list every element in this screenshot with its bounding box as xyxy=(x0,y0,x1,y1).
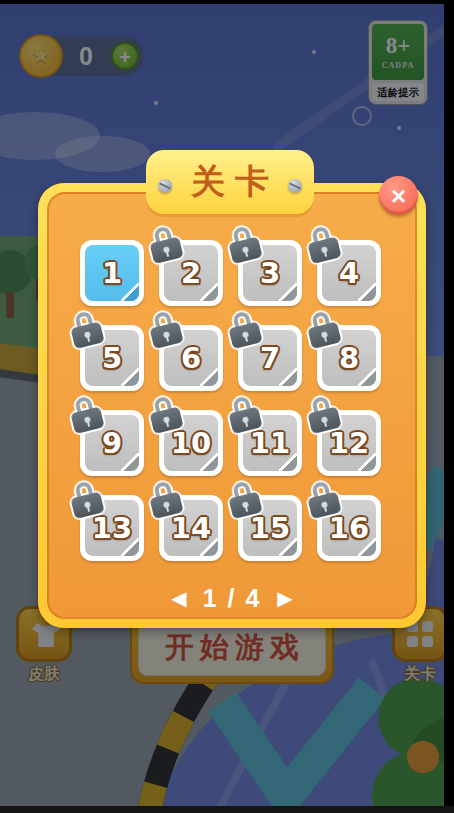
level-tile-12[interactable]: 12 xyxy=(317,410,381,476)
level-tile-14[interactable]: 14 xyxy=(159,495,223,561)
keyhole xyxy=(321,416,328,423)
keyhole xyxy=(84,416,91,423)
lock-icon xyxy=(225,394,262,434)
level-tile-10[interactable]: 10 xyxy=(159,410,223,476)
lock-icon xyxy=(146,479,183,519)
screen-edge-right xyxy=(444,0,454,813)
level-tile-9[interactable]: 9 xyxy=(80,410,144,476)
lock-icon xyxy=(304,309,341,349)
keyhole xyxy=(163,331,170,338)
keyhole xyxy=(163,246,170,253)
level-tile-16[interactable]: 16 xyxy=(317,495,381,561)
pagination: ◀ 1 / 4 ▶ xyxy=(38,581,426,615)
level-grid: 12345678910111213141516 xyxy=(80,240,381,561)
keyhole xyxy=(84,331,91,338)
keyhole xyxy=(163,501,170,508)
keyhole xyxy=(321,331,328,338)
level-select-modal: 关卡 × 12345678910111213141516 ◀ 1 / 4 ▶ xyxy=(38,183,426,628)
game-screen: ★ 0 + 8+ CADPA 适龄提示 皮肤 开始游戏 关卡 关卡 xyxy=(0,0,454,813)
level-tile-6[interactable]: 6 xyxy=(159,325,223,391)
modal-title: 关卡 xyxy=(181,159,279,205)
screen-edge-bottom xyxy=(0,806,454,813)
lock-icon xyxy=(225,479,262,519)
modal-title-banner: 关卡 xyxy=(146,150,314,214)
level-tile-1[interactable]: 1 xyxy=(80,240,144,306)
level-tile-3[interactable]: 3 xyxy=(238,240,302,306)
screen-edge-top xyxy=(0,0,454,4)
screw-icon xyxy=(288,179,302,193)
keyhole xyxy=(242,331,249,338)
next-page-button[interactable]: ▶ xyxy=(277,588,292,608)
keyhole xyxy=(163,416,170,423)
lock-icon xyxy=(146,394,183,434)
prev-page-button[interactable]: ◀ xyxy=(171,588,186,608)
lock-icon xyxy=(304,479,341,519)
close-button[interactable]: × xyxy=(379,176,418,215)
keyhole xyxy=(242,246,249,253)
screw-icon xyxy=(158,179,172,193)
lock-icon xyxy=(225,309,262,349)
level-tile-11[interactable]: 11 xyxy=(238,410,302,476)
keyhole xyxy=(321,501,328,508)
keyhole xyxy=(242,501,249,508)
keyhole xyxy=(242,416,249,423)
level-tile-5[interactable]: 5 xyxy=(80,325,144,391)
level-tile-8[interactable]: 8 xyxy=(317,325,381,391)
level-tile-7[interactable]: 7 xyxy=(238,325,302,391)
lock-icon xyxy=(304,394,341,434)
level-tile-13[interactable]: 13 xyxy=(80,495,144,561)
level-tile-2[interactable]: 2 xyxy=(159,240,223,306)
lock-icon xyxy=(146,309,183,349)
level-tile-15[interactable]: 15 xyxy=(238,495,302,561)
level-tile-4[interactable]: 4 xyxy=(317,240,381,306)
level-number: 1 xyxy=(80,240,144,306)
keyhole xyxy=(84,501,91,508)
keyhole xyxy=(321,246,328,253)
page-indicator: 1 / 4 xyxy=(203,584,262,613)
